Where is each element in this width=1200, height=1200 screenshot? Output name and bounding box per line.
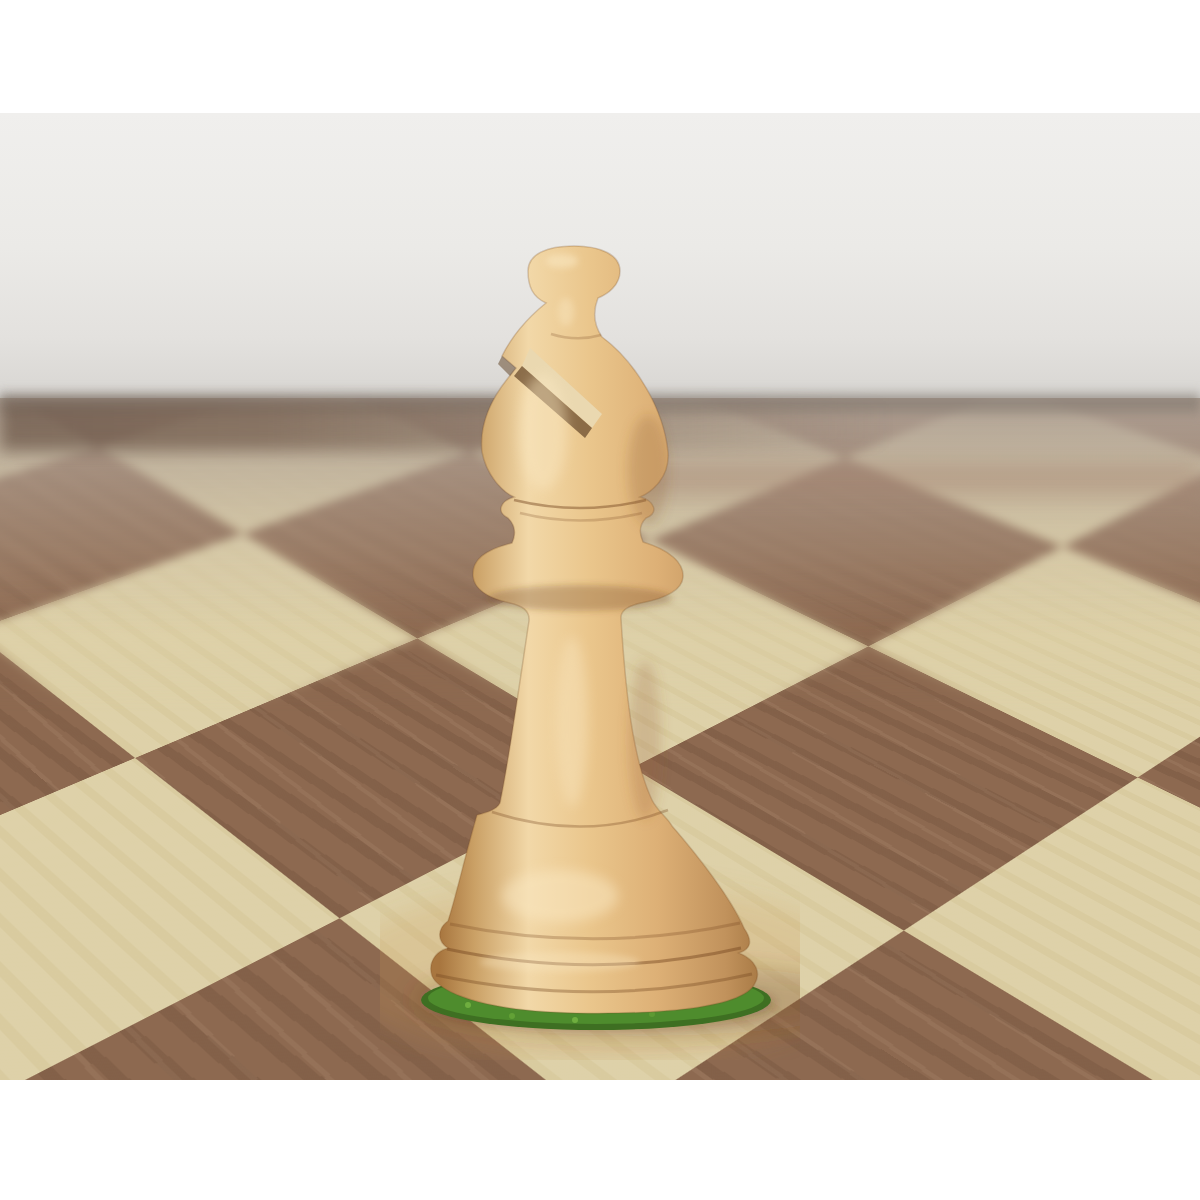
- photograph: ♗: [0, 113, 1200, 1080]
- flare-shadow: [488, 585, 672, 611]
- letterbox-top: [0, 0, 1200, 113]
- white-bishop-piece: [380, 230, 800, 1060]
- letterbox-bottom: [0, 1080, 1200, 1200]
